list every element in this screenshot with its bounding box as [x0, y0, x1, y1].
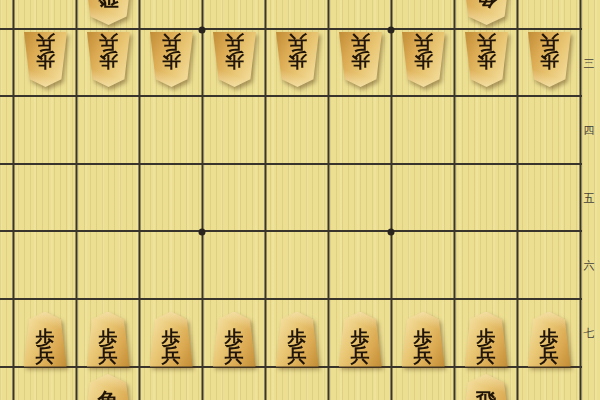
piece-face: 歩兵	[87, 32, 130, 87]
piece-face: 角行	[84, 374, 133, 400]
piece-gote-rook-82[interactable]: 飛車	[84, 0, 133, 25]
piece-kanji: 飛	[98, 0, 119, 6]
piece-gote-pawn-23[interactable]: 歩兵	[465, 32, 508, 87]
rank-label-7: 七	[584, 327, 595, 338]
piece-face: 飛車	[84, 0, 133, 25]
piece-kanji: 飛	[476, 392, 497, 400]
piece-kanji: 兵	[288, 34, 307, 52]
piece-gote-pawn-53[interactable]: 歩兵	[276, 32, 319, 87]
piece-face: 歩兵	[402, 312, 445, 367]
piece-kanji: 歩	[225, 52, 244, 70]
piece-kanji: 兵	[99, 346, 118, 364]
piece-kanji: 兵	[351, 346, 370, 364]
piece-kanji: 歩	[540, 52, 559, 70]
piece-face: 歩兵	[528, 32, 571, 87]
piece-kanji: 歩	[351, 52, 370, 70]
star-point	[387, 229, 394, 236]
piece-face: 歩兵	[402, 32, 445, 87]
piece-kanji: 角	[98, 392, 119, 400]
piece-kanji: 兵	[477, 346, 496, 364]
piece-sente-pawn-57[interactable]: 歩兵	[276, 312, 319, 367]
piece-sente-bishop-88[interactable]: 角行	[84, 374, 133, 400]
star-point	[387, 26, 394, 33]
piece-sente-pawn-87[interactable]: 歩兵	[87, 312, 130, 367]
piece-kanji: 兵	[540, 34, 559, 52]
piece-face: 歩兵	[24, 32, 67, 87]
piece-kanji: 兵	[351, 34, 370, 52]
piece-gote-pawn-73[interactable]: 歩兵	[150, 32, 193, 87]
piece-kanji: 兵	[414, 34, 433, 52]
piece-gote-bishop-22[interactable]: 角行	[462, 0, 511, 25]
piece-face: 歩兵	[87, 312, 130, 367]
piece-kanji: 角	[476, 0, 497, 6]
piece-face: 歩兵	[276, 312, 319, 367]
shogi-board[interactable]: 三四五六七 飛車角行歩兵歩兵歩兵歩兵歩兵歩兵歩兵歩兵歩兵歩兵歩兵歩兵歩兵歩兵歩兵…	[0, 0, 600, 400]
piece-face: 歩兵	[465, 312, 508, 367]
piece-sente-pawn-67[interactable]: 歩兵	[213, 312, 256, 367]
piece-kanji: 兵	[162, 34, 181, 52]
piece-kanji: 兵	[99, 34, 118, 52]
star-point	[198, 26, 205, 33]
piece-sente-pawn-97[interactable]: 歩兵	[24, 312, 67, 367]
piece-face: 歩兵	[24, 312, 67, 367]
piece-kanji: 兵	[477, 34, 496, 52]
piece-kanji: 兵	[225, 346, 244, 364]
piece-gote-pawn-43[interactable]: 歩兵	[339, 32, 382, 87]
rank-label-6: 六	[584, 260, 595, 271]
rank-label-3: 三	[584, 57, 595, 68]
piece-face: 歩兵	[276, 32, 319, 87]
piece-sente-rook-28[interactable]: 飛車	[462, 374, 511, 400]
piece-face: 角行	[462, 0, 511, 25]
piece-kanji: 歩	[36, 52, 55, 70]
piece-kanji: 兵	[540, 346, 559, 364]
piece-sente-pawn-37[interactable]: 歩兵	[402, 312, 445, 367]
piece-kanji: 兵	[225, 34, 244, 52]
piece-kanji: 兵	[36, 34, 55, 52]
piece-gote-pawn-83[interactable]: 歩兵	[87, 32, 130, 87]
piece-face: 歩兵	[213, 32, 256, 87]
piece-face: 歩兵	[150, 312, 193, 367]
piece-kanji: 歩	[477, 52, 496, 70]
piece-sente-pawn-47[interactable]: 歩兵	[339, 312, 382, 367]
piece-gote-pawn-63[interactable]: 歩兵	[213, 32, 256, 87]
piece-gote-pawn-33[interactable]: 歩兵	[402, 32, 445, 87]
piece-kanji: 歩	[288, 52, 307, 70]
piece-face: 歩兵	[339, 312, 382, 367]
piece-face: 歩兵	[339, 32, 382, 87]
piece-gote-pawn-13[interactable]: 歩兵	[528, 32, 571, 87]
piece-face: 歩兵	[465, 32, 508, 87]
piece-kanji: 歩	[414, 52, 433, 70]
piece-sente-pawn-27[interactable]: 歩兵	[465, 312, 508, 367]
piece-kanji: 兵	[288, 346, 307, 364]
star-point	[198, 229, 205, 236]
rank-label-5: 五	[584, 192, 595, 203]
piece-face: 歩兵	[528, 312, 571, 367]
piece-kanji: 兵	[414, 346, 433, 364]
piece-sente-pawn-17[interactable]: 歩兵	[528, 312, 571, 367]
piece-face: 飛車	[462, 374, 511, 400]
piece-sente-pawn-77[interactable]: 歩兵	[150, 312, 193, 367]
piece-kanji: 歩	[162, 52, 181, 70]
piece-face: 歩兵	[213, 312, 256, 367]
piece-face: 歩兵	[150, 32, 193, 87]
piece-kanji: 兵	[162, 346, 181, 364]
piece-kanji: 歩	[99, 52, 118, 70]
rank-label-4: 四	[584, 125, 595, 136]
piece-gote-pawn-93[interactable]: 歩兵	[24, 32, 67, 87]
piece-kanji: 兵	[36, 346, 55, 364]
